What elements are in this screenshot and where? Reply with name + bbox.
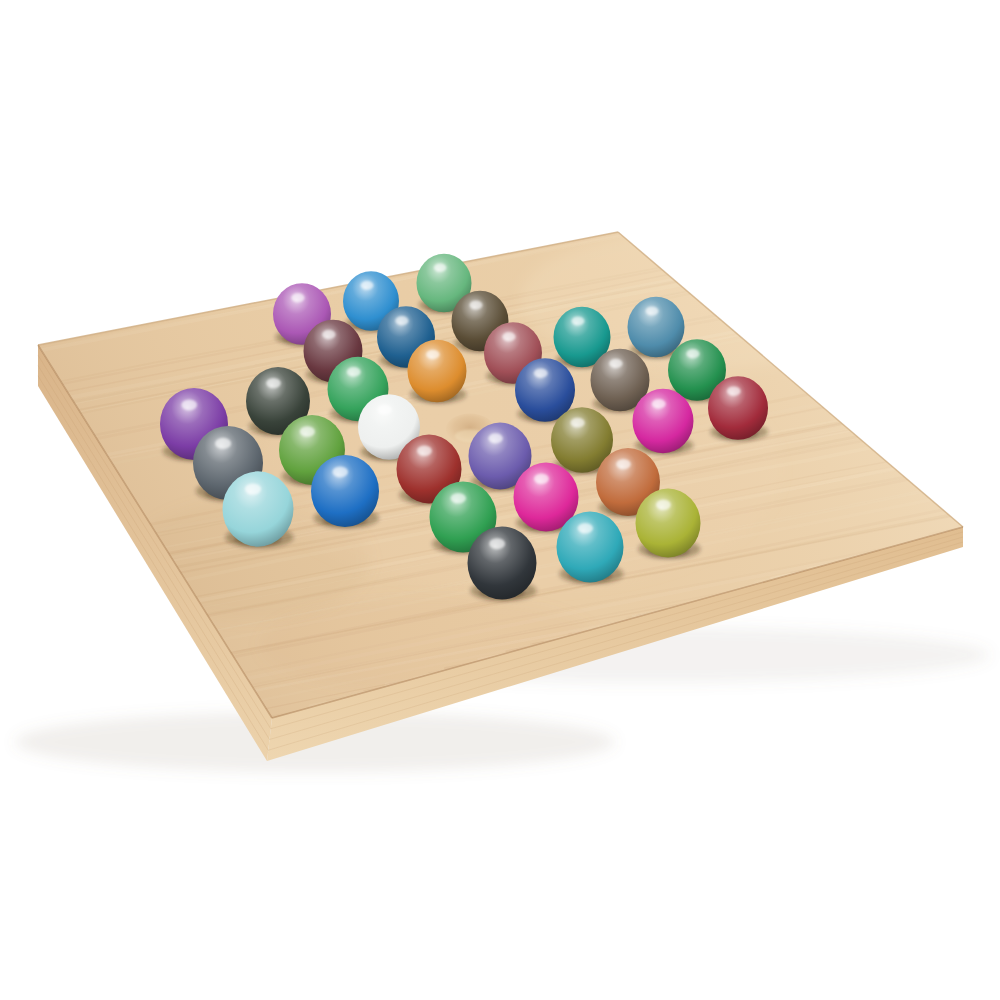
marble-b5-sphere — [311, 455, 379, 527]
marble-f4-highlight — [609, 359, 623, 368]
marble-c7-highlight — [489, 538, 505, 549]
marble-c3-highlight — [347, 367, 361, 377]
marble-c6-highlight — [451, 493, 466, 504]
marble-f5-highlight — [652, 399, 666, 409]
marble-d1-highlight — [361, 281, 374, 290]
marble-a5-highlight — [245, 483, 261, 494]
marble-e1-highlight — [434, 263, 447, 272]
marble-e7-sphere — [636, 489, 701, 558]
marble-g5[interactable] — [708, 376, 768, 441]
marble-b3-highlight — [266, 378, 281, 388]
marble-a5[interactable] — [223, 471, 294, 548]
marble-g4-highlight — [686, 349, 699, 358]
marble-d7-highlight — [578, 523, 593, 534]
marble-d3-highlight — [426, 350, 440, 359]
marble-e5-highlight — [571, 418, 585, 428]
marble-f3-highlight — [571, 316, 584, 325]
marble-e3-highlight — [502, 332, 515, 341]
marble-e2-highlight — [469, 300, 482, 309]
marble-g3-highlight — [645, 306, 658, 315]
marble-b5-highlight — [332, 467, 348, 478]
marble-a5-sphere — [223, 471, 294, 546]
marble-f5[interactable] — [633, 389, 694, 455]
marble-c7-sphere — [468, 526, 537, 599]
marble-c5-highlight — [417, 446, 432, 456]
marble-d3[interactable] — [408, 340, 467, 404]
marble-b4-highlight — [300, 426, 315, 437]
marble-b5[interactable] — [311, 455, 379, 528]
marble-e7[interactable] — [636, 489, 701, 559]
marble-d2-highlight — [395, 316, 408, 325]
marble-e4-highlight — [534, 368, 548, 378]
marble-c7[interactable] — [468, 526, 537, 601]
marble-e7-highlight — [656, 500, 671, 510]
marble-a4-highlight — [215, 438, 231, 449]
marble-d5-highlight — [488, 433, 502, 443]
marble-c1-highlight — [291, 293, 304, 302]
marble-d7[interactable] — [557, 511, 624, 583]
solitaire-board — [0, 0, 1000, 1000]
scene: ●●●●●●●●●●●●●●●●○●●●●●●●●●●●●●●●● — [0, 0, 1000, 1000]
marble-a3-highlight — [181, 400, 197, 411]
marble-e6-highlight — [616, 459, 631, 469]
marble-g5-highlight — [727, 386, 741, 396]
marble-f5-sphere — [633, 389, 694, 454]
marble-d3-sphere — [408, 340, 467, 403]
marble-g5-sphere — [708, 376, 768, 440]
marble-d7-sphere — [557, 511, 624, 582]
marble-d6-highlight — [534, 474, 549, 484]
marble-c4-highlight — [378, 405, 392, 415]
marble-c2-highlight — [322, 330, 336, 339]
marble-g3-sphere — [628, 297, 685, 357]
